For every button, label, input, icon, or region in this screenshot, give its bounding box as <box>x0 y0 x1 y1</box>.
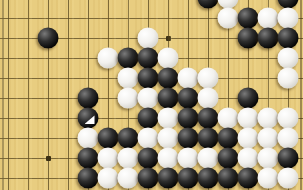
white-stone <box>97 148 118 169</box>
grid-line-vertical <box>68 0 69 190</box>
black-stone <box>117 128 138 149</box>
black-stone <box>177 108 198 129</box>
grid-line-vertical <box>8 0 9 190</box>
black-stone <box>137 68 158 89</box>
black-stone <box>157 88 178 109</box>
black-stone <box>277 28 298 49</box>
black-stone <box>277 148 298 169</box>
black-stone <box>137 108 158 129</box>
white-stone <box>177 68 198 89</box>
black-stone <box>77 88 98 109</box>
white-stone <box>237 108 258 129</box>
white-stone <box>257 128 278 149</box>
white-stone <box>237 128 258 149</box>
white-stone <box>117 88 138 109</box>
white-stone <box>257 168 278 189</box>
black-stone <box>157 68 178 89</box>
star-point <box>166 36 171 41</box>
grid-line-vertical <box>28 0 29 190</box>
white-stone <box>137 128 158 149</box>
go-board[interactable] <box>0 0 303 190</box>
black-stone <box>97 128 118 149</box>
white-stone <box>277 128 298 149</box>
black-stone <box>177 128 198 149</box>
black-stone <box>177 88 198 109</box>
white-stone <box>157 108 178 129</box>
white-stone <box>117 168 138 189</box>
black-stone <box>117 48 138 69</box>
white-stone <box>277 168 298 189</box>
black-stone <box>77 148 98 169</box>
board-right-edge-shade <box>300 0 302 190</box>
black-stone <box>237 28 258 49</box>
board-left-edge-shade <box>2 0 4 190</box>
white-stone <box>117 148 138 169</box>
black-stone <box>137 148 158 169</box>
black-stone <box>217 148 238 169</box>
white-stone <box>237 148 258 169</box>
black-stone <box>197 128 218 149</box>
black-stone <box>257 28 278 49</box>
white-stone <box>197 148 218 169</box>
white-stone <box>257 148 278 169</box>
white-stone <box>77 128 98 149</box>
white-stone <box>137 88 158 109</box>
black-stone <box>237 8 258 29</box>
black-stone <box>137 168 158 189</box>
black-stone <box>197 108 218 129</box>
white-stone <box>197 88 218 109</box>
black-stone <box>197 168 218 189</box>
white-stone <box>157 148 178 169</box>
white-stone <box>177 148 198 169</box>
white-stone <box>137 28 158 49</box>
black-stone <box>217 168 238 189</box>
black-stone <box>197 0 218 9</box>
star-point <box>46 156 51 161</box>
black-stone <box>217 128 238 149</box>
black-stone <box>177 168 198 189</box>
white-stone <box>277 68 298 89</box>
white-stone <box>157 128 178 149</box>
white-stone <box>197 68 218 89</box>
black-stone <box>237 168 258 189</box>
white-stone <box>217 108 238 129</box>
black-stone <box>237 88 258 109</box>
white-stone <box>257 108 278 129</box>
black-stone <box>37 28 58 49</box>
go-app-screen <box>0 0 303 190</box>
white-stone <box>97 48 118 69</box>
white-stone <box>277 48 298 69</box>
white-stone <box>97 168 118 189</box>
white-stone <box>257 8 278 29</box>
white-stone <box>117 68 138 89</box>
white-stone <box>157 48 178 69</box>
white-stone <box>277 8 298 29</box>
black-stone <box>77 108 98 129</box>
black-stone <box>137 48 158 69</box>
white-stone <box>217 8 238 29</box>
black-stone <box>77 168 98 189</box>
white-stone <box>277 108 298 129</box>
black-stone <box>157 168 178 189</box>
